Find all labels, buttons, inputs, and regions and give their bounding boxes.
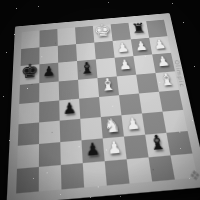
square-a2	[17, 144, 39, 169]
board-dust-speckles	[15, 26, 16, 27]
square-d1	[83, 161, 107, 187]
square-c7	[58, 44, 77, 62]
square-a6	[20, 64, 39, 85]
square-c2	[60, 140, 83, 165]
square-h2	[166, 131, 192, 155]
square-a3	[18, 122, 39, 145]
square-d4	[79, 97, 101, 119]
square-h6	[152, 53, 175, 73]
square-h7	[149, 36, 171, 54]
square-b3	[39, 121, 60, 144]
square-c3	[60, 119, 82, 142]
board-grid: ♚♜♟♟♟♚♟♝♟♟♝♝♟♞♟♟♟♝	[16, 20, 197, 194]
square-b7	[39, 46, 58, 65]
square-b4	[39, 100, 60, 122]
square-a8	[21, 31, 39, 49]
square-c4	[59, 99, 80, 121]
square-c5	[59, 80, 79, 101]
square-e5	[97, 76, 119, 97]
corner-emblem-icon: ❖	[188, 167, 200, 184]
square-d8	[75, 26, 94, 44]
square-d6	[77, 59, 97, 79]
square-d3	[80, 117, 102, 140]
square-c1	[61, 163, 84, 189]
square-e8	[93, 24, 113, 42]
square-b6	[39, 63, 58, 83]
square-e1	[105, 159, 130, 185]
square-b2	[39, 142, 61, 167]
square-d7	[76, 43, 96, 61]
square-h3	[163, 110, 188, 133]
square-c8	[57, 27, 76, 45]
square-b1	[39, 165, 62, 191]
square-d2	[81, 138, 104, 163]
square-e4	[99, 95, 121, 117]
square-h8	[146, 20, 167, 38]
square-a5	[19, 83, 39, 104]
photo-scene: ♚♜♟♟♟♚♟♝♟♟♝♝♟♞♟♟♟♝ Olimpic ❖	[0, 0, 200, 200]
background-dust-speckles	[0, 0, 1, 1]
square-f7	[113, 39, 134, 57]
square-a1	[16, 167, 39, 194]
square-a4	[19, 102, 40, 124]
square-h4	[159, 90, 183, 112]
square-b5	[39, 81, 59, 102]
square-d5	[78, 78, 99, 99]
square-e6	[96, 58, 117, 78]
square-e3	[101, 115, 124, 138]
square-e7	[94, 41, 114, 59]
square-b8	[39, 29, 57, 47]
square-c6	[58, 61, 78, 81]
chess-board: ♚♜♟♟♟♚♟♝♟♟♝♝♟♞♟♟♟♝ Olimpic ❖	[7, 13, 200, 200]
square-e2	[103, 137, 127, 162]
square-a7	[21, 47, 40, 66]
